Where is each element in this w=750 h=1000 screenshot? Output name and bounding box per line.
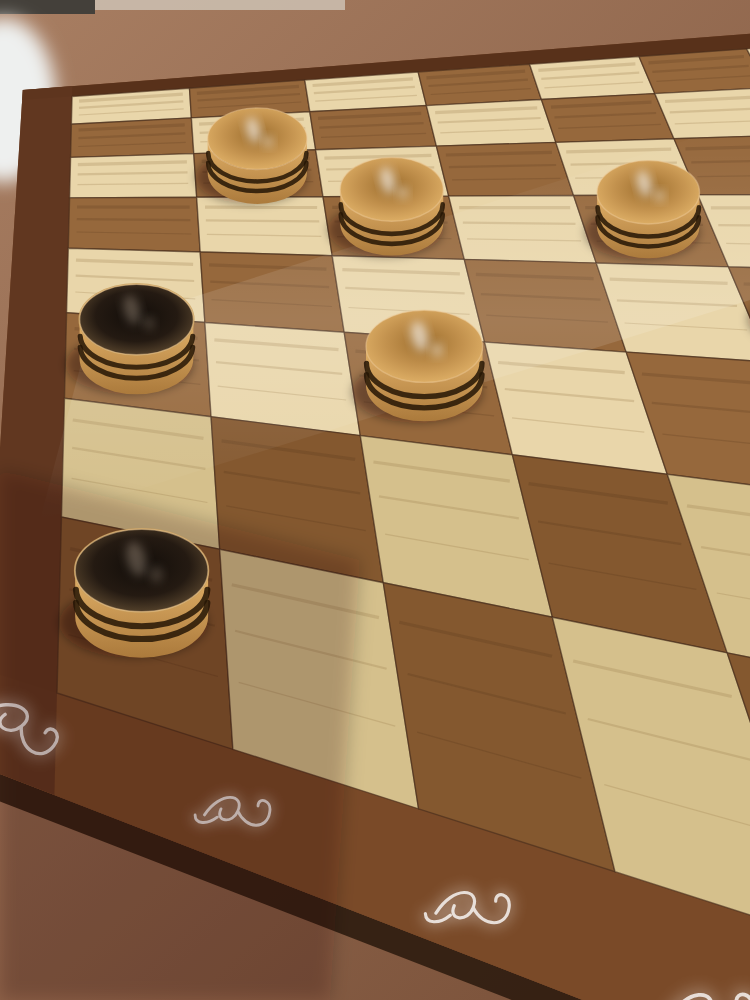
photo-stage: Wooden checkers (draughts) board photogr… bbox=[0, 0, 750, 1000]
checkers-board-scene bbox=[0, 0, 750, 1000]
piece-glare-dot bbox=[398, 186, 408, 199]
piece-glare-dot bbox=[263, 136, 273, 148]
piece-glare-dot bbox=[654, 189, 664, 202]
background-light-sliver bbox=[95, 0, 345, 10]
piece-glare-dot bbox=[431, 343, 443, 357]
piece-glare-dot bbox=[150, 566, 163, 582]
square-u0-v5 bbox=[70, 154, 197, 198]
piece-glare-dot bbox=[143, 316, 154, 330]
background-furniture bbox=[0, 0, 95, 14]
square-u1-v4 bbox=[197, 197, 333, 256]
wood-grain-line bbox=[206, 220, 319, 221]
wood-grain-line bbox=[77, 219, 191, 220]
